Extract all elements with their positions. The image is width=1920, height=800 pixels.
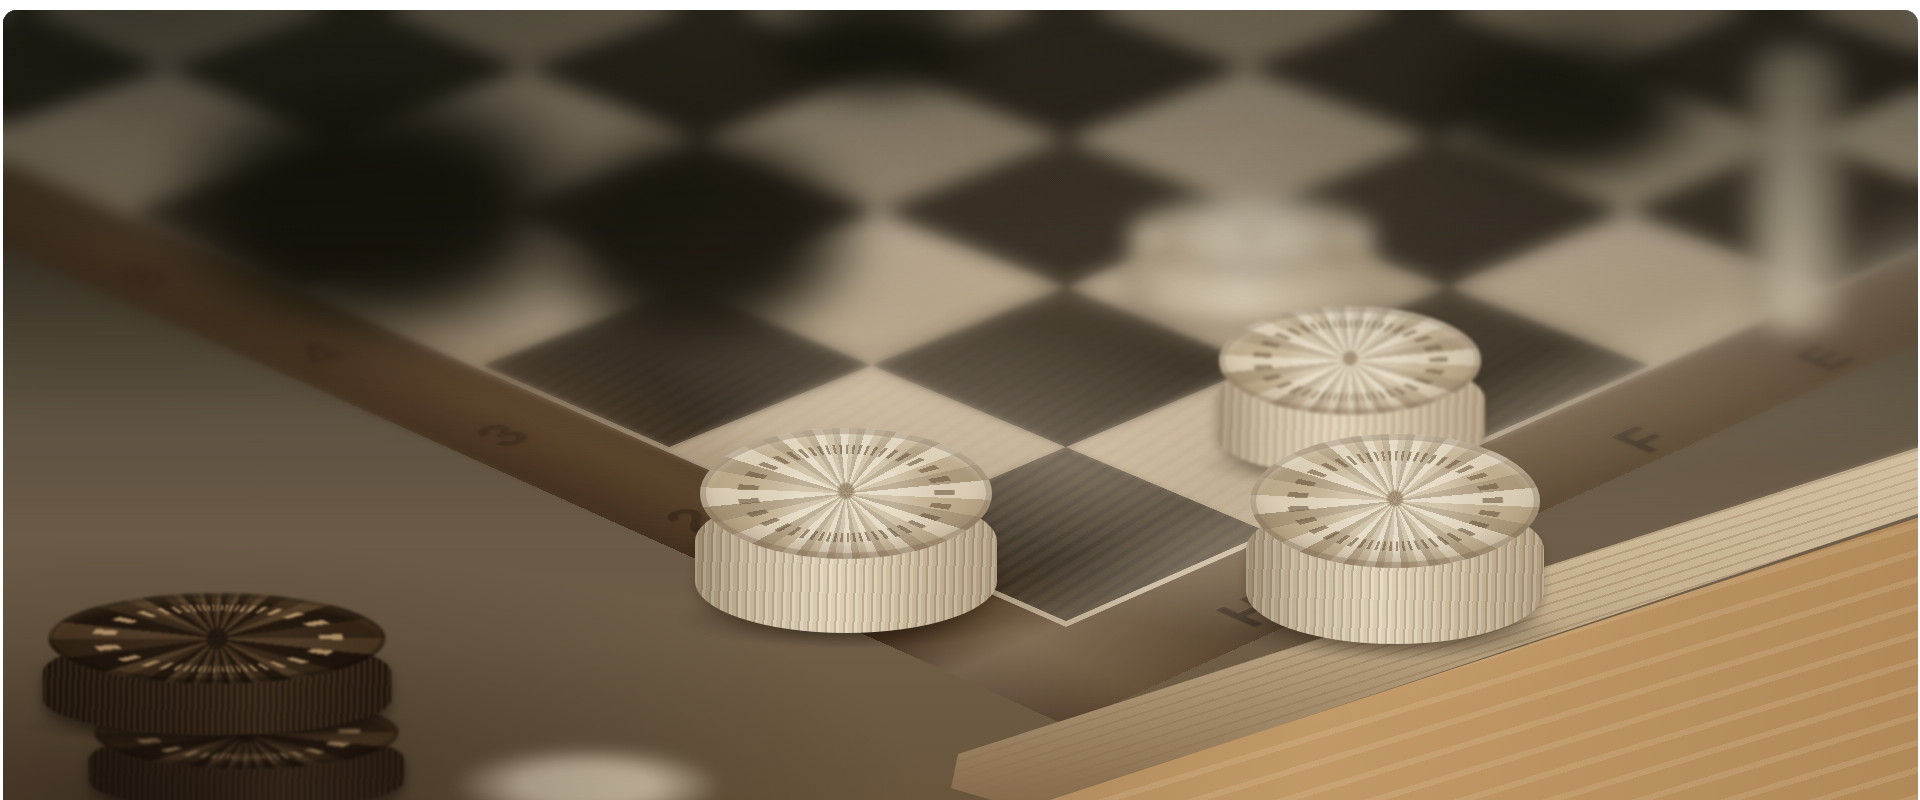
piece-rim-notches xyxy=(1219,306,1481,415)
white-piece-g3[interactable] xyxy=(695,428,997,633)
screenshot-page: ABCDEFGH 87654321 xyxy=(0,0,1920,800)
dark-piece-captured-top[interactable] xyxy=(43,593,391,735)
white-piece-e3[interactable] xyxy=(1246,434,1544,644)
piece-rim-notches xyxy=(48,593,386,684)
piece-rim-notches xyxy=(700,428,993,559)
checkers-board-photo: ABCDEFGH 87654321 xyxy=(3,10,1918,800)
piece-rim-notches xyxy=(1250,434,1539,568)
